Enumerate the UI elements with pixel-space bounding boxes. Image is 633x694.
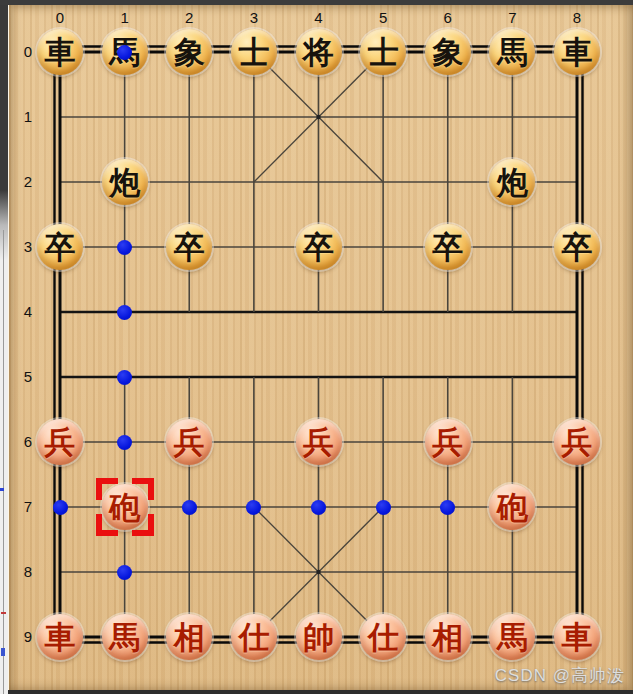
piece-black-elephant[interactable]: 象 [166, 29, 212, 75]
move-hint-dot[interactable] [117, 565, 132, 580]
xiangqi-app-window: 0123456780123456789 車馬象士将士象馬車炮炮卒卒卒卒卒兵兵兵兵… [0, 0, 633, 694]
piece-black-general[interactable]: 将 [296, 29, 342, 75]
piece-black-soldier[interactable]: 卒 [425, 224, 471, 270]
column-label: 3 [245, 10, 263, 25]
piece-red-soldier[interactable]: 兵 [166, 419, 212, 465]
row-label: 7 [19, 499, 37, 514]
row-label: 2 [19, 174, 37, 189]
piece-black-soldier[interactable]: 卒 [296, 224, 342, 270]
column-label: 2 [180, 10, 198, 25]
piece-red-soldier[interactable]: 兵 [554, 419, 600, 465]
row-label: 1 [19, 109, 37, 124]
piece-red-advisor[interactable]: 仕 [360, 614, 406, 660]
piece-red-chariot[interactable]: 車 [37, 614, 83, 660]
piece-black-chariot[interactable]: 車 [554, 29, 600, 75]
xiangqi-board-wood[interactable] [8, 5, 633, 694]
window-top-edge [0, 0, 633, 5]
move-hint-dot[interactable] [311, 500, 326, 515]
piece-red-general[interactable]: 帥 [296, 614, 342, 660]
piece-black-advisor[interactable]: 士 [231, 29, 277, 75]
move-hint-dot[interactable] [117, 305, 132, 320]
move-hint-dot[interactable] [117, 370, 132, 385]
edge-artifact [0, 488, 4, 491]
piece-black-elephant[interactable]: 象 [425, 29, 471, 75]
row-label: 0 [19, 44, 37, 59]
piece-red-cannon[interactable]: 砲 [102, 484, 148, 530]
edge-artifact [1, 612, 6, 614]
row-label: 8 [19, 564, 37, 579]
piece-black-advisor[interactable]: 士 [360, 29, 406, 75]
column-label: 8 [568, 10, 586, 25]
column-label: 5 [374, 10, 392, 25]
piece-black-soldier[interactable]: 卒 [166, 224, 212, 270]
piece-red-advisor[interactable]: 仕 [231, 614, 277, 660]
window-bottom-edge [8, 690, 633, 694]
edge-divider-line [3, 230, 4, 694]
row-label: 6 [19, 434, 37, 449]
desktop-left-edge [0, 0, 8, 694]
column-label: 0 [51, 10, 69, 25]
piece-black-cannon[interactable]: 炮 [102, 159, 148, 205]
move-hint-dot[interactable] [117, 435, 132, 450]
move-hint-dot[interactable] [53, 500, 68, 515]
move-hint-capture-dot[interactable] [117, 45, 132, 60]
row-label: 4 [19, 304, 37, 319]
row-label: 5 [19, 369, 37, 384]
column-label: 6 [439, 10, 457, 25]
piece-red-elephant[interactable]: 相 [166, 614, 212, 660]
move-hint-dot[interactable] [440, 500, 455, 515]
piece-red-soldier[interactable]: 兵 [425, 419, 471, 465]
piece-red-horse[interactable]: 馬 [102, 614, 148, 660]
piece-black-soldier[interactable]: 卒 [37, 224, 83, 270]
row-label: 9 [19, 629, 37, 644]
piece-black-chariot[interactable]: 車 [37, 29, 83, 75]
column-label: 1 [116, 10, 134, 25]
piece-black-soldier[interactable]: 卒 [554, 224, 600, 270]
watermark: CSDN @高帅泼 [495, 664, 625, 687]
column-label: 4 [310, 10, 328, 25]
piece-red-soldier[interactable]: 兵 [296, 419, 342, 465]
piece-red-elephant[interactable]: 相 [425, 614, 471, 660]
piece-red-soldier[interactable]: 兵 [37, 419, 83, 465]
piece-red-chariot[interactable]: 車 [554, 614, 600, 660]
move-hint-dot[interactable] [117, 240, 132, 255]
move-hint-dot[interactable] [376, 500, 391, 515]
column-label: 7 [503, 10, 521, 25]
edge-artifact [1, 648, 5, 656]
move-hint-dot[interactable] [246, 500, 261, 515]
row-label: 3 [19, 239, 37, 254]
move-hint-dot[interactable] [182, 500, 197, 515]
